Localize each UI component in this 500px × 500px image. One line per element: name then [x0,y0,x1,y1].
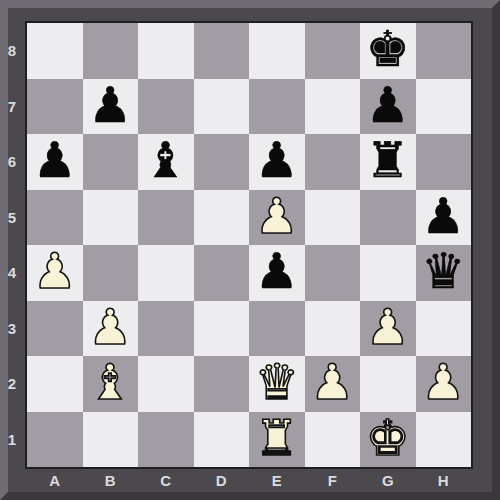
square-f7[interactable] [305,79,361,135]
square-g3[interactable]: ♟ [360,301,416,357]
square-c6[interactable]: ♝ [138,134,194,190]
black-bishop-c6[interactable]: ♝ [144,136,188,185]
square-c8[interactable] [138,23,194,79]
square-e4[interactable]: ♟ [249,245,305,301]
white-queen-e2[interactable]: ♛ [255,358,299,407]
square-f3[interactable] [305,301,361,357]
white-king-g1[interactable]: ♚ [366,414,410,463]
square-f2[interactable]: ♟ [305,356,361,412]
black-rook-g6[interactable]: ♜ [366,136,410,185]
square-c1[interactable] [138,412,194,468]
square-c7[interactable] [138,79,194,135]
square-c5[interactable] [138,190,194,246]
square-b5[interactable] [83,190,139,246]
square-d8[interactable] [194,23,250,79]
file-label-g: G [360,468,416,492]
square-f6[interactable] [305,134,361,190]
chess-board: ♚♟♟♟♝♟♜♟♟♟♟♛♟♟♝♛♟♟♜♚ [25,21,473,469]
square-d2[interactable] [194,356,250,412]
square-h8[interactable] [416,23,472,79]
black-pawn-b7[interactable]: ♟ [88,81,132,130]
square-b3[interactable]: ♟ [83,301,139,357]
square-g1[interactable]: ♚ [360,412,416,468]
black-queen-h4[interactable]: ♛ [421,247,465,296]
rank-label-7: 7 [0,79,24,135]
square-h7[interactable] [416,79,472,135]
white-rook-e1[interactable]: ♜ [255,414,299,463]
rank-label-1: 1 [0,412,24,468]
black-king-g8[interactable]: ♚ [366,25,410,74]
black-pawn-h5[interactable]: ♟ [421,192,465,241]
square-d3[interactable] [194,301,250,357]
file-label-d: D [194,468,250,492]
square-f1[interactable] [305,412,361,468]
square-e8[interactable] [249,23,305,79]
file-label-h: H [416,468,472,492]
square-e1[interactable]: ♜ [249,412,305,468]
white-pawn-e5[interactable]: ♟ [255,192,299,241]
square-e3[interactable] [249,301,305,357]
square-h5[interactable]: ♟ [416,190,472,246]
square-a5[interactable] [27,190,83,246]
square-d5[interactable] [194,190,250,246]
white-pawn-g3[interactable]: ♟ [366,303,410,352]
black-pawn-e4[interactable]: ♟ [255,247,299,296]
square-b4[interactable] [83,245,139,301]
square-a4[interactable]: ♟ [27,245,83,301]
square-h4[interactable]: ♛ [416,245,472,301]
square-b1[interactable] [83,412,139,468]
square-a7[interactable] [27,79,83,135]
square-c2[interactable] [138,356,194,412]
file-labels: ABCDEFGH [27,468,471,492]
square-g4[interactable] [360,245,416,301]
square-d7[interactable] [194,79,250,135]
file-label-c: C [138,468,194,492]
square-a8[interactable] [27,23,83,79]
white-pawn-f2[interactable]: ♟ [310,358,354,407]
square-f5[interactable] [305,190,361,246]
board-frame: 87654321 ♚♟♟♟♝♟♜♟♟♟♟♛♟♟♝♛♟♟♜♚ ABCDEFGH [0,0,500,500]
square-b6[interactable] [83,134,139,190]
square-a6[interactable]: ♟ [27,134,83,190]
rank-label-6: 6 [0,134,24,190]
rank-label-2: 2 [0,356,24,412]
white-pawn-a4[interactable]: ♟ [33,247,77,296]
square-g2[interactable] [360,356,416,412]
black-pawn-a6[interactable]: ♟ [33,136,77,185]
square-b8[interactable] [83,23,139,79]
square-a1[interactable] [27,412,83,468]
square-c3[interactable] [138,301,194,357]
rank-label-8: 8 [0,23,24,79]
square-f8[interactable] [305,23,361,79]
square-h3[interactable] [416,301,472,357]
black-pawn-g7[interactable]: ♟ [366,81,410,130]
file-label-e: E [249,468,305,492]
square-a3[interactable] [27,301,83,357]
white-pawn-b3[interactable]: ♟ [88,303,132,352]
square-h1[interactable] [416,412,472,468]
white-pawn-h2[interactable]: ♟ [421,358,465,407]
square-e5[interactable]: ♟ [249,190,305,246]
rank-label-5: 5 [0,190,24,246]
file-label-b: B [83,468,139,492]
rank-label-3: 3 [0,301,24,357]
square-g6[interactable]: ♜ [360,134,416,190]
square-a2[interactable] [27,356,83,412]
square-g7[interactable]: ♟ [360,79,416,135]
rank-labels: 87654321 [0,23,24,467]
square-g5[interactable] [360,190,416,246]
square-b2[interactable]: ♝ [83,356,139,412]
square-d1[interactable] [194,412,250,468]
square-f4[interactable] [305,245,361,301]
square-d4[interactable] [194,245,250,301]
rank-label-4: 4 [0,245,24,301]
file-label-a: A [27,468,83,492]
square-e6[interactable]: ♟ [249,134,305,190]
square-e7[interactable] [249,79,305,135]
square-d6[interactable] [194,134,250,190]
square-h2[interactable]: ♟ [416,356,472,412]
square-e2[interactable]: ♛ [249,356,305,412]
square-g8[interactable]: ♚ [360,23,416,79]
square-b7[interactable]: ♟ [83,79,139,135]
file-label-f: F [305,468,361,492]
black-pawn-e6[interactable]: ♟ [255,136,299,185]
square-c4[interactable] [138,245,194,301]
white-bishop-b2[interactable]: ♝ [88,358,132,407]
square-h6[interactable] [416,134,472,190]
